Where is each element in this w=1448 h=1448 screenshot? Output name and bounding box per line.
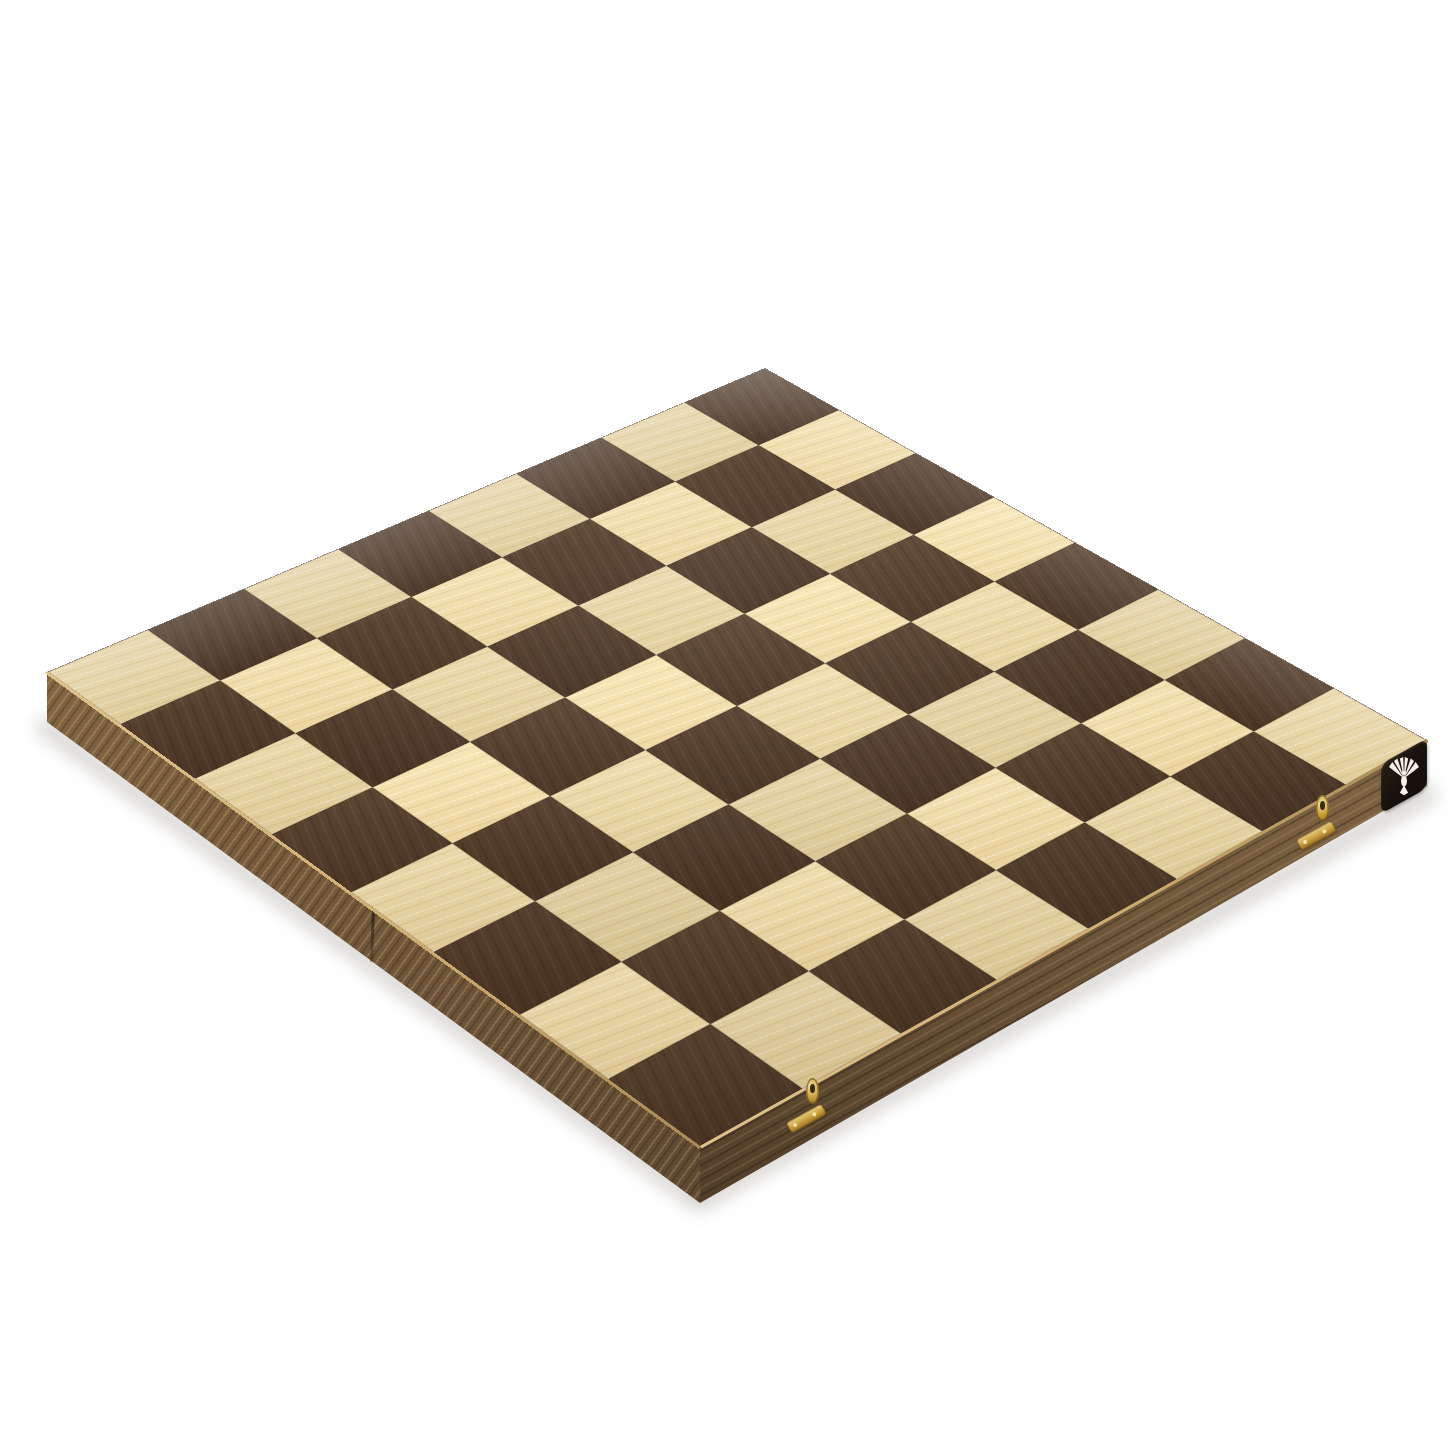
chessboard-grid [47,368,1427,1147]
chessboard-product-photo [0,0,1448,1448]
eagle-logo-icon [1387,756,1421,796]
brass-clasp-left [784,1078,840,1126]
clasp-hook [1316,795,1329,821]
brass-clasp-right [1294,795,1350,843]
clasp-hook [806,1078,819,1104]
